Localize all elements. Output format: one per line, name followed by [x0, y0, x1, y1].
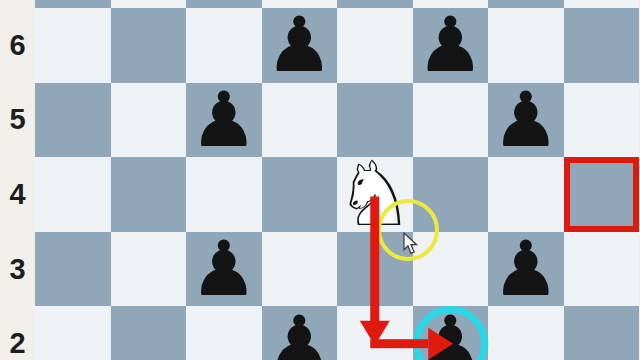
- square-b7[interactable]: [111, 0, 187, 8]
- target-square-outline: [564, 157, 640, 232]
- square-c7[interactable]: [186, 0, 262, 8]
- square-e6[interactable]: [337, 8, 413, 83]
- square-f5[interactable]: [413, 83, 489, 158]
- square-g6[interactable]: [488, 8, 564, 83]
- square-c2[interactable]: [186, 306, 262, 360]
- black-pawn-f2[interactable]: ♟: [413, 306, 489, 360]
- square-a4[interactable]: [35, 157, 111, 232]
- square-g7[interactable]: [488, 0, 564, 8]
- square-d3[interactable]: [262, 232, 338, 307]
- square-a6[interactable]: [35, 8, 111, 83]
- chess-board: 65432♟♟♟♟♞♘♟♟♟♟: [0, 0, 640, 360]
- black-pawn-d6[interactable]: ♟: [262, 8, 338, 83]
- black-pawn-f6[interactable]: ♟: [413, 8, 489, 83]
- square-h6[interactable]: [564, 8, 640, 83]
- black-pawn-g5[interactable]: ♟: [488, 83, 564, 158]
- black-pawn-c5[interactable]: ♟: [186, 83, 262, 158]
- square-b2[interactable]: [111, 306, 187, 360]
- black-pawn-c3[interactable]: ♟: [186, 232, 262, 307]
- rank-label-3: 3: [0, 232, 35, 307]
- square-a5[interactable]: [35, 83, 111, 158]
- square-e2[interactable]: [337, 306, 413, 360]
- square-h5[interactable]: [564, 83, 640, 158]
- square-c4[interactable]: [186, 157, 262, 232]
- black-pawn-d2[interactable]: ♟: [262, 306, 338, 360]
- square-a7[interactable]: [35, 0, 111, 8]
- black-pawn-g3[interactable]: ♟: [488, 232, 564, 307]
- square-b5[interactable]: [111, 83, 187, 158]
- square-h7[interactable]: [564, 0, 640, 8]
- rank-label-4: 4: [0, 157, 35, 232]
- rank-label-2: 2: [0, 306, 35, 360]
- square-b4[interactable]: [111, 157, 187, 232]
- square-c6[interactable]: [186, 8, 262, 83]
- square-a3[interactable]: [35, 232, 111, 307]
- square-b6[interactable]: [111, 8, 187, 83]
- square-g2[interactable]: [488, 306, 564, 360]
- square-g4[interactable]: [488, 157, 564, 232]
- square-e7[interactable]: [337, 0, 413, 8]
- square-a2[interactable]: [35, 306, 111, 360]
- rank-label-5: 5: [0, 83, 35, 158]
- click-indicator-ring: [377, 199, 439, 261]
- square-h3[interactable]: [564, 232, 640, 307]
- square-h2[interactable]: [564, 306, 640, 360]
- square-b3[interactable]: [111, 232, 187, 307]
- square-d4[interactable]: [262, 157, 338, 232]
- square-d5[interactable]: [262, 83, 338, 158]
- rank-label-6: 6: [0, 8, 35, 83]
